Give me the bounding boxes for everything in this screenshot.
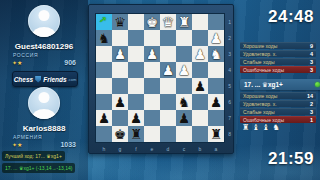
stat-row: Удовлетвор. х.4 (240, 50, 316, 57)
piece-wr-c1: ♜ (178, 14, 190, 30)
piece-wp-e3: ♟ (146, 46, 158, 62)
square-b4[interactable] (192, 62, 208, 78)
square-a3[interactable]: ♞ (208, 46, 224, 62)
square-d7[interactable] (160, 110, 176, 126)
player-rating-top: 906 (64, 59, 76, 66)
stat-row: Ошибочные ходы3 (240, 66, 316, 73)
square-a5[interactable] (208, 78, 224, 94)
file-label-a: a (208, 146, 224, 152)
player-meta-bottom: ✦★ 1033 (12, 141, 76, 148)
square-e2[interactable] (144, 30, 160, 46)
square-b2[interactable] (192, 30, 208, 46)
piece-wp-b3: ♟ (194, 46, 206, 62)
piece-wp-d4: ♟ (162, 62, 174, 78)
player-country-top: РОССИЯ (13, 52, 38, 58)
square-g3[interactable]: ♟ (112, 46, 128, 62)
good-move-dot-icon (315, 82, 320, 87)
square-c5[interactable] (176, 78, 192, 94)
played-move-annotation: 17. ... ♛xg1+ (-13,14→-13,14) (2, 163, 75, 173)
captured-piece-icon: ♜ (242, 123, 249, 132)
piece-br-f8: ♜ (130, 126, 142, 142)
square-d1[interactable]: ♛ (160, 14, 176, 30)
stat-row: Слабые ходы3 (240, 58, 316, 65)
square-c6[interactable]: ♞ (176, 94, 192, 110)
square-c8[interactable] (176, 126, 192, 142)
square-h4[interactable] (96, 62, 112, 78)
square-e4[interactable] (144, 62, 160, 78)
clock-top-player: 24:48 (268, 7, 314, 27)
stat-value: 2 (310, 101, 313, 107)
rank-label-8: 8 (228, 126, 231, 142)
square-c1[interactable]: ♜ (176, 14, 192, 30)
piece-wk-e1: ♚ (146, 14, 158, 30)
stat-value: 4 (310, 51, 313, 57)
stat-label: Удовлетвор. х. (243, 101, 277, 107)
piece-bp-c7: ♟ (178, 110, 190, 126)
rank-label-1: 1 (228, 14, 231, 30)
stat-value: 1 (310, 117, 313, 123)
app-window: Guest46801296 РОССИЯ ✦★ 906 Chess Friend… (0, 0, 320, 180)
square-h5[interactable] (96, 78, 112, 94)
square-f1[interactable] (128, 14, 144, 30)
square-d8[interactable] (160, 126, 176, 142)
square-g4[interactable] (112, 62, 128, 78)
rank-label-2: 2 (228, 30, 231, 46)
move-quality-stats-bottom: Хорошие ходы14Удовлетвор. х.2Слабые ходы… (240, 92, 316, 124)
piece-bn-c6: ♞ (178, 94, 190, 110)
rank-label-6: 6 (228, 94, 231, 110)
piece-bp-f7: ♟ (130, 110, 142, 126)
piece-wn-a3: ♞ (210, 46, 222, 62)
captured-piece-icon: ♞ (273, 123, 280, 132)
piece-wq-d1: ♛ (162, 14, 174, 30)
square-f6[interactable] (128, 94, 144, 110)
last-move-display: 17. ... ♛xg1+ (240, 79, 320, 90)
stat-row: Хорошие ходы14 (240, 92, 316, 99)
avatar-silhouette (39, 92, 50, 103)
piece-bp-h7: ♟ (98, 110, 110, 126)
stat-value: 14 (307, 93, 313, 99)
piece-wp-c4: ♟ (178, 62, 190, 78)
game-info-panel: 24:48 Хорошие ходы9Удовлетвор. х.4Слабые… (236, 0, 320, 180)
captured-pieces-tray: ♜♝♝♞ (242, 123, 280, 132)
piece-br-a8: ♜ (210, 126, 222, 142)
piece-bn-h2: ♞ (98, 30, 110, 46)
square-d6[interactable] (160, 94, 176, 110)
stat-row: Слабые ходы3 (240, 108, 316, 115)
stat-row: Удовлетвор. х.2 (240, 100, 316, 107)
square-a7[interactable] (208, 110, 224, 126)
move-arrow-icon: ↗ (98, 15, 107, 26)
stat-label: Удовлетвор. х. (243, 51, 277, 57)
file-labels: hgfedcba (96, 146, 224, 152)
avatar-silhouette (33, 109, 56, 119)
star-badge-icons: ✦★ (12, 59, 22, 66)
file-label-b: b (192, 146, 208, 152)
square-h8[interactable] (96, 126, 112, 142)
square-h3[interactable] (96, 46, 112, 62)
square-h6[interactable] (96, 94, 112, 110)
square-b5[interactable]: ♟ (192, 78, 208, 94)
players-sidebar: Guest46801296 РОССИЯ ✦★ 906 Chess Friend… (0, 0, 88, 180)
file-label-g: g (112, 146, 128, 152)
stat-label: Слабые ходы (243, 59, 275, 65)
square-d4[interactable]: ♟ (160, 62, 176, 78)
stat-row: Хорошие ходы9 (240, 42, 316, 49)
last-move-text: 17. ... ♛xg1+ (244, 81, 283, 89)
file-label-f: f (128, 146, 144, 152)
player-name-bottom: Karlos8888 (0, 124, 88, 133)
best-move-annotation: Лучший ход: 17... ♛xg1+ (2, 151, 65, 161)
star-badge-icons: ✦★ (12, 141, 22, 148)
square-f4[interactable] (128, 62, 144, 78)
logo-text-tld: .com (68, 77, 77, 82)
square-e8[interactable] (144, 126, 160, 142)
avatar-silhouette (39, 10, 50, 21)
rank-label-3: 3 (228, 46, 231, 62)
stat-value: 3 (310, 67, 313, 73)
square-e3[interactable]: ♟ (144, 46, 160, 62)
rank-label-4: 4 (228, 62, 231, 78)
square-b3[interactable]: ♟ (192, 46, 208, 62)
square-a6[interactable]: ♟ (208, 94, 224, 110)
square-g8[interactable]: ♚ (112, 126, 128, 142)
square-f8[interactable]: ♜ (128, 126, 144, 142)
square-a8[interactable]: ♜ (208, 126, 224, 142)
square-e5[interactable] (144, 78, 160, 94)
file-label-d: d (160, 146, 176, 152)
piece-bp-b5: ♟ (194, 78, 206, 94)
file-label-h: h (96, 146, 112, 152)
piece-bk-g8: ♚ (114, 126, 126, 142)
piece-bp-g6: ♟ (114, 94, 126, 110)
square-c3[interactable] (176, 46, 192, 62)
avatar-bottom-player (28, 87, 60, 119)
file-label-e: e (144, 146, 160, 152)
square-h2[interactable]: ♞ (96, 30, 112, 46)
square-a1[interactable] (208, 14, 224, 30)
piece-wp-a2: ♟ (210, 30, 222, 46)
square-c2[interactable] (176, 30, 192, 46)
square-e1[interactable]: ♚ (144, 14, 160, 30)
stat-value: 3 (310, 59, 313, 65)
player-meta-top: ✦★ 906 (12, 59, 76, 66)
square-c7[interactable]: ♟ (176, 110, 192, 126)
player-country-bottom: АРМЕНИЯ (13, 134, 42, 140)
square-e7[interactable] (144, 110, 160, 126)
square-a2[interactable]: ♟ (208, 30, 224, 46)
square-f7[interactable]: ♟ (128, 110, 144, 126)
chess-board[interactable]: ↗♛♚♛♜♞♟♟♟♟♞♟♟♟♟♞♟♟♟♟♚♜♜ hgfedcba 1234567… (88, 4, 234, 154)
square-h1[interactable]: ↗ (96, 14, 112, 30)
square-e6[interactable] (144, 94, 160, 110)
square-g6[interactable]: ♟ (112, 94, 128, 110)
square-c4[interactable]: ♟ (176, 62, 192, 78)
move-quality-stats-top: Хорошие ходы9Удовлетвор. х.4Слабые ходы3… (240, 42, 316, 74)
stat-row: Ошибочные ходы1 (240, 116, 316, 123)
player-rating-bottom: 1033 (60, 141, 76, 148)
stat-value: 9 (310, 43, 313, 49)
clock-bottom-player: 21:59 (268, 149, 314, 169)
square-g5[interactable] (112, 78, 128, 94)
shield-icon (35, 76, 41, 83)
stat-label: Хорошие ходы (243, 93, 277, 99)
logo-text-friends: Friends (43, 76, 66, 83)
rank-labels: 12345678 (228, 14, 231, 142)
rank-label-7: 7 (228, 110, 231, 126)
square-d5[interactable] (160, 78, 176, 94)
avatar-top-player (28, 5, 60, 37)
piece-bq-g1: ♛ (114, 14, 126, 30)
stat-label: Слабые ходы (243, 109, 275, 115)
square-f5[interactable] (128, 78, 144, 94)
square-b6[interactable] (192, 94, 208, 110)
square-b1[interactable] (192, 14, 208, 30)
square-g1[interactable]: ♛ (112, 14, 128, 30)
stat-label: Хорошие ходы (243, 43, 277, 49)
chessfriends-logo: Chess Friends .com (12, 71, 78, 87)
piece-bp-a6: ♟ (210, 94, 222, 110)
square-g2[interactable] (112, 30, 128, 46)
avatar-silhouette (33, 27, 56, 37)
square-d2[interactable] (160, 30, 176, 46)
stat-label: Ошибочные ходы (243, 117, 284, 123)
square-f2[interactable] (128, 30, 144, 46)
captured-piece-icon: ♝ (252, 123, 259, 132)
square-g7[interactable] (112, 110, 128, 126)
stat-value: 3 (310, 109, 313, 115)
logo-text-chess: Chess (14, 76, 34, 83)
square-a4[interactable] (208, 62, 224, 78)
captured-piece-icon: ♝ (262, 123, 269, 132)
board-grid: ↗♛♚♛♜♞♟♟♟♟♞♟♟♟♟♞♟♟♟♟♚♜♜ (96, 14, 224, 142)
piece-wp-g3: ♟ (114, 46, 126, 62)
file-label-c: c (176, 146, 192, 152)
rank-label-5: 5 (228, 78, 231, 94)
stat-label: Ошибочные ходы (243, 67, 284, 73)
square-b7[interactable] (192, 110, 208, 126)
square-d3[interactable] (160, 46, 176, 62)
square-h7[interactable]: ♟ (96, 110, 112, 126)
square-b8[interactable] (192, 126, 208, 142)
square-f3[interactable] (128, 46, 144, 62)
player-name-top: Guest46801296 (0, 42, 88, 51)
